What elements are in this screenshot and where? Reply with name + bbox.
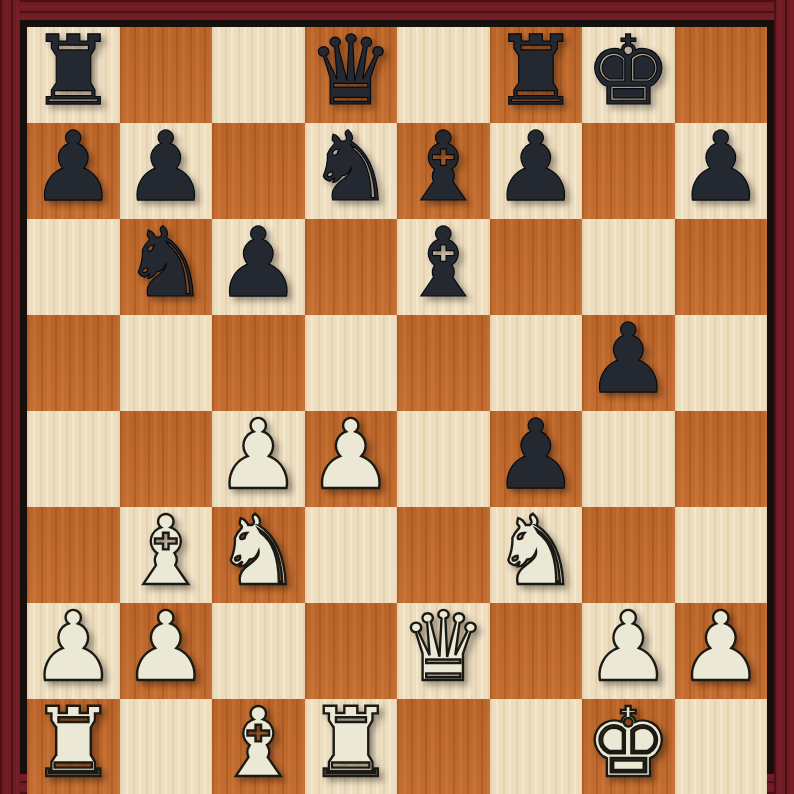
square-d3[interactable] [305,507,398,603]
square-b7[interactable]: ♟ [120,123,213,219]
piece-white-knight-f3[interactable]: ♞ [493,503,579,599]
piece-white-pawn-b2[interactable]: ♟ [123,599,209,695]
square-d8[interactable]: ♛ [305,27,398,123]
square-e7[interactable]: ♝ [397,123,490,219]
square-a7[interactable]: ♟ [27,123,120,219]
square-c5[interactable] [212,315,305,411]
piece-black-queen-d8[interactable]: ♛ [308,23,394,119]
square-g2[interactable]: ♟ [582,603,675,699]
square-h8[interactable] [675,27,768,123]
square-g1[interactable]: ♚ [582,699,675,794]
square-f2[interactable] [490,603,583,699]
square-a3[interactable] [27,507,120,603]
square-e8[interactable] [397,27,490,123]
square-b1[interactable] [120,699,213,794]
square-g4[interactable] [582,411,675,507]
piece-white-pawn-a2[interactable]: ♟ [30,599,116,695]
square-h6[interactable] [675,219,768,315]
square-d1[interactable]: ♜ [305,699,398,794]
square-d5[interactable] [305,315,398,411]
square-f8[interactable]: ♜ [490,27,583,123]
square-a5[interactable] [27,315,120,411]
square-e4[interactable] [397,411,490,507]
square-a2[interactable]: ♟ [27,603,120,699]
square-h3[interactable] [675,507,768,603]
piece-black-king-g8[interactable]: ♚ [585,23,671,119]
piece-white-queen-e2[interactable]: ♛ [400,599,486,695]
piece-white-king-g1[interactable]: ♚ [585,695,671,791]
piece-black-pawn-c6[interactable]: ♟ [215,215,301,311]
piece-black-pawn-g5[interactable]: ♟ [585,311,671,407]
square-c1[interactable]: ♝ [212,699,305,794]
chess-board: ♜♛♜♚♟♟♞♝♟♟♞♟♝♟♟♟♟♝♞♞♟♟♛♟♟♜♝♜♚ [20,20,774,774]
square-h7[interactable]: ♟ [675,123,768,219]
board-frame: ♜♛♜♚♟♟♞♝♟♟♞♟♝♟♟♟♟♝♞♞♟♟♛♟♟♜♝♜♚ [0,0,794,794]
square-b3[interactable]: ♝ [120,507,213,603]
square-b8[interactable] [120,27,213,123]
piece-black-pawn-f7[interactable]: ♟ [493,119,579,215]
piece-white-bishop-b3[interactable]: ♝ [123,503,209,599]
piece-white-pawn-h2[interactable]: ♟ [678,599,764,695]
piece-white-pawn-d4[interactable]: ♟ [308,407,394,503]
square-b6[interactable]: ♞ [120,219,213,315]
square-c4[interactable]: ♟ [212,411,305,507]
square-a6[interactable] [27,219,120,315]
piece-black-pawn-a7[interactable]: ♟ [30,119,116,215]
square-g6[interactable] [582,219,675,315]
square-d4[interactable]: ♟ [305,411,398,507]
square-f4[interactable]: ♟ [490,411,583,507]
square-a8[interactable]: ♜ [27,27,120,123]
square-b5[interactable] [120,315,213,411]
square-c8[interactable] [212,27,305,123]
square-a4[interactable] [27,411,120,507]
square-h5[interactable] [675,315,768,411]
square-c2[interactable] [212,603,305,699]
piece-white-rook-a1[interactable]: ♜ [30,695,116,791]
piece-white-knight-c3[interactable]: ♞ [215,503,301,599]
square-f7[interactable]: ♟ [490,123,583,219]
square-h1[interactable] [675,699,768,794]
square-h2[interactable]: ♟ [675,603,768,699]
square-e2[interactable]: ♛ [397,603,490,699]
square-c6[interactable]: ♟ [212,219,305,315]
piece-black-rook-f8[interactable]: ♜ [493,23,579,119]
square-f1[interactable] [490,699,583,794]
square-f5[interactable] [490,315,583,411]
piece-white-pawn-c4[interactable]: ♟ [215,407,301,503]
piece-black-knight-b6[interactable]: ♞ [123,215,209,311]
piece-black-pawn-f4[interactable]: ♟ [493,407,579,503]
square-a1[interactable]: ♜ [27,699,120,794]
square-g7[interactable] [582,123,675,219]
piece-black-bishop-e6[interactable]: ♝ [400,215,486,311]
square-h4[interactable] [675,411,768,507]
piece-black-pawn-b7[interactable]: ♟ [123,119,209,215]
square-e3[interactable] [397,507,490,603]
piece-white-pawn-g2[interactable]: ♟ [585,599,671,695]
square-c3[interactable]: ♞ [212,507,305,603]
square-c7[interactable] [212,123,305,219]
square-g8[interactable]: ♚ [582,27,675,123]
square-e6[interactable]: ♝ [397,219,490,315]
piece-white-bishop-c1[interactable]: ♝ [215,695,301,791]
square-d7[interactable]: ♞ [305,123,398,219]
piece-black-rook-a8[interactable]: ♜ [30,23,116,119]
piece-black-knight-d7[interactable]: ♞ [308,119,394,215]
piece-white-rook-d1[interactable]: ♜ [308,695,394,791]
square-d6[interactable] [305,219,398,315]
square-e5[interactable] [397,315,490,411]
square-f3[interactable]: ♞ [490,507,583,603]
square-d2[interactable] [305,603,398,699]
square-b2[interactable]: ♟ [120,603,213,699]
square-f6[interactable] [490,219,583,315]
square-b4[interactable] [120,411,213,507]
square-g5[interactable]: ♟ [582,315,675,411]
piece-black-pawn-h7[interactable]: ♟ [678,119,764,215]
piece-black-bishop-e7[interactable]: ♝ [400,119,486,215]
square-e1[interactable] [397,699,490,794]
square-g3[interactable] [582,507,675,603]
